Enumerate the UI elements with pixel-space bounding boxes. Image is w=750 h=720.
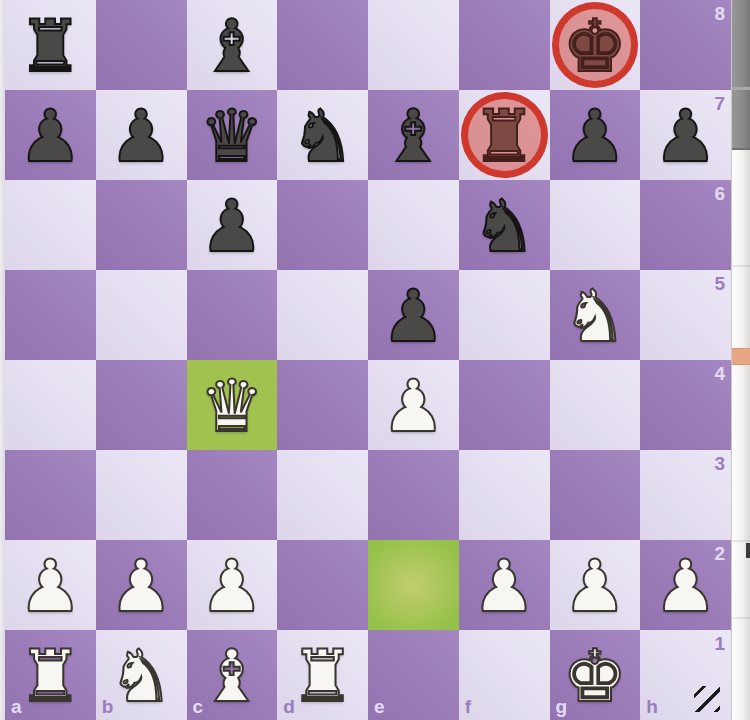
black-rook-f7[interactable]: ♜ [472, 91, 537, 181]
black-knight-f6[interactable]: ♞ [472, 181, 537, 271]
black-bishop-e7[interactable]: ♝ [381, 91, 446, 181]
black-bishop-c8[interactable]: ♝ [200, 1, 265, 91]
white-pawn-g2[interactable]: ♟ [563, 541, 628, 631]
square-c8[interactable]: ♝ [187, 0, 278, 90]
square-g6[interactable] [550, 180, 641, 270]
file-label-h: h [646, 696, 658, 718]
square-f3[interactable] [459, 450, 550, 540]
resize-handle-icon[interactable] [694, 686, 720, 712]
square-d3[interactable] [277, 450, 368, 540]
square-c3[interactable] [187, 450, 278, 540]
rank-label-6: 6 [714, 183, 725, 205]
square-b8[interactable] [96, 0, 187, 90]
square-h4[interactable]: 4 [640, 360, 731, 450]
black-pawn-g7[interactable]: ♟ [563, 91, 628, 181]
square-c2[interactable]: ♟ [187, 540, 278, 630]
square-h6[interactable]: 6 [640, 180, 731, 270]
square-g3[interactable] [550, 450, 641, 540]
square-e3[interactable] [368, 450, 459, 540]
square-b6[interactable] [96, 180, 187, 270]
white-pawn-f2[interactable]: ♟ [472, 541, 537, 631]
square-a2[interactable]: ♟ [5, 540, 96, 630]
scrollbar-thumb-ridge [732, 87, 750, 90]
square-d1[interactable]: ♜d [277, 630, 368, 720]
black-rook-a8[interactable]: ♜ [18, 1, 83, 91]
square-b1[interactable]: ♞b [96, 630, 187, 720]
square-b3[interactable] [96, 450, 187, 540]
square-d2[interactable] [277, 540, 368, 630]
square-a5[interactable] [5, 270, 96, 360]
square-f1[interactable]: f [459, 630, 550, 720]
square-f6[interactable]: ♞ [459, 180, 550, 270]
black-knight-d7[interactable]: ♞ [290, 91, 355, 181]
black-queen-c7[interactable]: ♛ [200, 91, 265, 181]
square-g5[interactable]: ♞ [550, 270, 641, 360]
square-d4[interactable] [277, 360, 368, 450]
rank-label-2: 2 [714, 543, 725, 565]
square-h2[interactable]: ♟2 [640, 540, 731, 630]
file-label-d: d [283, 696, 295, 718]
square-c6[interactable]: ♟ [187, 180, 278, 270]
white-pawn-h2[interactable]: ♟ [653, 541, 718, 631]
square-e5[interactable]: ♟ [368, 270, 459, 360]
square-c5[interactable] [187, 270, 278, 360]
white-rook-d1[interactable]: ♜ [290, 631, 355, 720]
scrollbar-track[interactable] [731, 0, 750, 720]
square-d8[interactable] [277, 0, 368, 90]
square-g8[interactable]: ♚ [550, 0, 641, 90]
square-b2[interactable]: ♟ [96, 540, 187, 630]
square-g2[interactable]: ♟ [550, 540, 641, 630]
file-label-b: b [102, 696, 114, 718]
file-label-a: a [11, 696, 22, 718]
square-h8[interactable]: 8 [640, 0, 731, 90]
white-queen-c4[interactable]: ♛ [200, 361, 265, 451]
square-a6[interactable] [5, 180, 96, 270]
square-e1[interactable]: e [368, 630, 459, 720]
file-label-f: f [465, 696, 471, 718]
rank-label-4: 4 [714, 363, 725, 385]
square-f2[interactable]: ♟ [459, 540, 550, 630]
square-d7[interactable]: ♞ [277, 90, 368, 180]
square-b5[interactable] [96, 270, 187, 360]
black-pawn-c6[interactable]: ♟ [200, 181, 265, 271]
white-pawn-b2[interactable]: ♟ [109, 541, 174, 631]
white-knight-b1[interactable]: ♞ [109, 631, 174, 720]
square-g7[interactable]: ♟ [550, 90, 641, 180]
square-e4[interactable]: ♟ [368, 360, 459, 450]
black-pawn-e5[interactable]: ♟ [381, 271, 446, 361]
black-pawn-a7[interactable]: ♟ [18, 91, 83, 181]
scrollbar-separator [732, 540, 750, 542]
square-e6[interactable] [368, 180, 459, 270]
square-a3[interactable] [5, 450, 96, 540]
square-h7[interactable]: ♟7 [640, 90, 731, 180]
scrollbar-thumb[interactable] [732, 0, 750, 150]
scrollbar-separator [732, 617, 750, 619]
file-label-e: e [374, 696, 385, 718]
square-f5[interactable] [459, 270, 550, 360]
white-pawn-a2[interactable]: ♟ [18, 541, 83, 631]
square-f7[interactable]: ♜ [459, 90, 550, 180]
square-h5[interactable]: 5 [640, 270, 731, 360]
square-h3[interactable]: 3 [640, 450, 731, 540]
square-f8[interactable] [459, 0, 550, 90]
rank-label-1: 1 [714, 633, 725, 655]
square-g1[interactable]: ♚g [550, 630, 641, 720]
scrollbar-orange-marker [732, 348, 750, 365]
square-c1[interactable]: ♝c [187, 630, 278, 720]
square-g4[interactable] [550, 360, 641, 450]
square-e7[interactable]: ♝ [368, 90, 459, 180]
square-d6[interactable] [277, 180, 368, 270]
rank-label-8: 8 [714, 3, 725, 25]
white-pawn-e4[interactable]: ♟ [381, 361, 446, 451]
rank-label-5: 5 [714, 273, 725, 295]
square-e8[interactable] [368, 0, 459, 90]
square-a4[interactable] [5, 360, 96, 450]
scrollbar-notch [746, 543, 750, 558]
square-a1[interactable]: ♜a [5, 630, 96, 720]
chess-board: ♜♝♚8♟♟♛♞♝♜♟♟7♟♞6♟♞5♛♟43♟♟♟♟♟♟2♜a♞b♝c♜def… [5, 0, 731, 720]
black-king-g8[interactable]: ♚ [563, 1, 628, 91]
black-pawn-b7[interactable]: ♟ [109, 91, 174, 181]
square-e2[interactable] [368, 540, 459, 630]
square-b7[interactable]: ♟ [96, 90, 187, 180]
square-b4[interactable] [96, 360, 187, 450]
white-bishop-c1[interactable]: ♝ [200, 631, 265, 720]
white-king-g1[interactable]: ♚ [563, 631, 628, 720]
white-pawn-c2[interactable]: ♟ [200, 541, 265, 631]
rank-label-7: 7 [714, 93, 725, 115]
square-d5[interactable] [277, 270, 368, 360]
chess-app-window: ♜♝♚8♟♟♛♞♝♜♟♟7♟♞6♟♞5♛♟43♟♟♟♟♟♟2♜a♞b♝c♜def… [0, 0, 750, 720]
scrollbar-separator [732, 265, 750, 267]
square-f4[interactable] [459, 360, 550, 450]
black-pawn-h7[interactable]: ♟ [653, 91, 718, 181]
rank-label-3: 3 [714, 453, 725, 475]
square-a7[interactable]: ♟ [5, 90, 96, 180]
file-label-c: c [193, 696, 204, 718]
white-knight-g5[interactable]: ♞ [563, 271, 628, 361]
file-label-g: g [556, 696, 568, 718]
square-c4[interactable]: ♛ [187, 360, 278, 450]
square-a8[interactable]: ♜ [5, 0, 96, 90]
square-c7[interactable]: ♛ [187, 90, 278, 180]
white-rook-a1[interactable]: ♜ [18, 631, 83, 720]
